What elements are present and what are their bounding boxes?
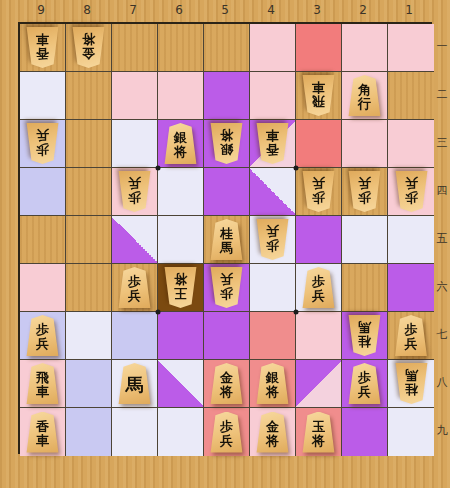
- piece-kanji: 兵: [405, 176, 418, 190]
- shogi-piece-gote-pawn[interactable]: 歩兵: [208, 267, 245, 308]
- board-cell-6-4[interactable]: [158, 168, 204, 216]
- piece-kanji: 金: [82, 46, 95, 60]
- board-cell-2-9[interactable]: [342, 408, 388, 456]
- board-cell-1-7[interactable]: 歩兵: [388, 312, 434, 360]
- board-cell-4-2[interactable]: [250, 72, 296, 120]
- board-cell-3-7[interactable]: [296, 312, 342, 360]
- board-cell-3-5[interactable]: [296, 216, 342, 264]
- shogi-piece-sente-king[interactable]: 玉将: [300, 412, 337, 453]
- rank-coordinates: 一二三四五六七八九: [434, 22, 450, 454]
- piece-kanji: 歩: [358, 190, 371, 204]
- piece-body: 香車: [24, 412, 61, 453]
- rank-label: 四: [434, 166, 450, 214]
- board-cell-9-8[interactable]: 飛車: [20, 360, 66, 408]
- piece-kanji: 玉: [312, 420, 325, 434]
- piece-kanji: 香: [266, 142, 279, 156]
- piece-body: 歩兵: [24, 123, 61, 164]
- board-cell-7-1[interactable]: [112, 24, 158, 72]
- board-cell-8-6[interactable]: [66, 264, 112, 312]
- piece-kanji: 歩: [358, 371, 371, 385]
- shogi-piece-gote-knight[interactable]: 桂馬: [393, 363, 430, 404]
- board-cell-9-9[interactable]: 香車: [20, 408, 66, 456]
- piece-body: 香車: [254, 123, 291, 164]
- piece-kanji: 金: [266, 420, 279, 434]
- board-cell-9-1[interactable]: 香車: [20, 24, 66, 72]
- board-cell-6-7[interactable]: [158, 312, 204, 360]
- piece-kanji: 歩: [266, 238, 279, 252]
- shogi-piece-sente-pawn[interactable]: 歩兵: [116, 267, 153, 308]
- piece-body: 金将: [208, 363, 245, 404]
- board-star-point: [156, 310, 161, 315]
- board-cell-5-3[interactable]: 銀将: [204, 120, 250, 168]
- board-cell-8-8[interactable]: [66, 360, 112, 408]
- shogi-piece-sente-gold[interactable]: 金将: [254, 412, 291, 453]
- board-cell-5-7[interactable]: [204, 312, 250, 360]
- piece-kanji: 車: [266, 128, 279, 142]
- rank-label: 七: [434, 310, 450, 358]
- piece-body: 桂馬: [208, 219, 245, 260]
- piece-kanji: 兵: [36, 337, 49, 351]
- board-cell-8-1[interactable]: 金将: [66, 24, 112, 72]
- rank-label: 三: [434, 118, 450, 166]
- piece-kanji: 兵: [220, 434, 233, 448]
- board-cell-4-8[interactable]: 銀将: [250, 360, 296, 408]
- piece-kanji: 歩: [405, 323, 418, 337]
- shogi-piece-gote-lance[interactable]: 香車: [24, 27, 61, 68]
- board-cell-1-5[interactable]: [388, 216, 434, 264]
- piece-body: 歩兵: [346, 171, 383, 212]
- piece-kanji: 兵: [312, 176, 325, 190]
- board-cell-6-1[interactable]: [158, 24, 204, 72]
- board-cell-5-5[interactable]: 桂馬: [204, 216, 250, 264]
- piece-kanji: 王: [174, 286, 187, 300]
- piece-kanji: 兵: [128, 289, 141, 303]
- shogi-piece-sente-gold[interactable]: 金将: [208, 363, 245, 404]
- board-cell-1-1[interactable]: [388, 24, 434, 72]
- rank-label: 一: [434, 22, 450, 70]
- piece-body: 金将: [70, 27, 107, 68]
- piece-body: 桂馬: [346, 315, 383, 356]
- piece-kanji: 兵: [128, 176, 141, 190]
- piece-kanji: 将: [266, 385, 279, 399]
- piece-kanji: 兵: [266, 224, 279, 238]
- shogi-piece-gote-pawn[interactable]: 歩兵: [254, 219, 291, 260]
- shogi-board: 香車金将飛車角行歩兵銀将銀将香車歩兵歩兵歩兵歩兵桂馬歩兵歩兵王将歩兵歩兵歩兵桂馬…: [18, 22, 432, 454]
- piece-kanji: 飛: [312, 94, 325, 108]
- board-cell-3-6[interactable]: 歩兵: [296, 264, 342, 312]
- piece-kanji: 銀: [266, 371, 279, 385]
- board-cell-8-3[interactable]: [66, 120, 112, 168]
- piece-body: 桂馬: [393, 363, 430, 404]
- piece-kanji: 金: [220, 371, 233, 385]
- board-cell-3-3[interactable]: [296, 120, 342, 168]
- piece-body: 歩兵: [346, 363, 383, 404]
- piece-kanji: 歩: [220, 286, 233, 300]
- piece-kanji: 将: [82, 32, 95, 46]
- board-cell-9-6[interactable]: [20, 264, 66, 312]
- piece-kanji: 将: [174, 272, 187, 286]
- board-cell-2-3[interactable]: [342, 120, 388, 168]
- board-cell-5-1[interactable]: [204, 24, 250, 72]
- piece-body: 歩兵: [24, 315, 61, 356]
- piece-kanji: 香: [36, 46, 49, 60]
- board-cell-8-5[interactable]: [66, 216, 112, 264]
- board-cell-9-3[interactable]: 歩兵: [20, 120, 66, 168]
- piece-body: 歩兵: [393, 171, 430, 212]
- piece-kanji: 歩: [405, 190, 418, 204]
- file-label: 8: [64, 3, 110, 20]
- piece-body: 金将: [254, 412, 291, 453]
- piece-body: 歩兵: [254, 219, 291, 260]
- piece-kanji: 将: [220, 128, 233, 142]
- piece-body: 歩兵: [300, 267, 337, 308]
- piece-body: 歩兵: [208, 267, 245, 308]
- piece-kanji: 馬: [358, 320, 371, 334]
- piece-kanji: 車: [312, 80, 325, 94]
- board-cell-4-5[interactable]: 歩兵: [250, 216, 296, 264]
- piece-body: 銀将: [162, 123, 199, 164]
- piece-body: 歩兵: [393, 315, 430, 356]
- board-cell-4-4[interactable]: [250, 168, 296, 216]
- board-cell-1-3[interactable]: [388, 120, 434, 168]
- board-cell-7-7[interactable]: [112, 312, 158, 360]
- board-cell-6-2[interactable]: [158, 72, 204, 120]
- board-cell-8-9[interactable]: [66, 408, 112, 456]
- piece-kanji: 桂: [220, 227, 233, 241]
- board-cell-1-8[interactable]: 桂馬: [388, 360, 434, 408]
- shogi-piece-sente-pawn[interactable]: 歩兵: [24, 315, 61, 356]
- piece-kanji: 兵: [36, 128, 49, 142]
- shogi-piece-sente-pawn[interactable]: 歩兵: [208, 412, 245, 453]
- board-cell-2-7[interactable]: 桂馬: [342, 312, 388, 360]
- piece-body: 王将: [162, 267, 199, 308]
- board-cell-1-2[interactable]: [388, 72, 434, 120]
- piece-body: 歩兵: [116, 171, 153, 212]
- board-cell-6-5[interactable]: [158, 216, 204, 264]
- piece-kanji: 歩: [312, 190, 325, 204]
- board-cell-8-4[interactable]: [66, 168, 112, 216]
- piece-kanji: 車: [36, 385, 49, 399]
- shogi-piece-sente-rook[interactable]: 飛車: [24, 363, 61, 404]
- shogi-piece-sente-lance[interactable]: 香車: [24, 412, 61, 453]
- piece-body: 飛車: [300, 75, 337, 116]
- file-label: 3: [294, 3, 340, 20]
- piece-kanji: 兵: [220, 272, 233, 286]
- board-cell-5-6[interactable]: 歩兵: [204, 264, 250, 312]
- piece-kanji: 歩: [312, 275, 325, 289]
- shogi-piece-sente-pawn[interactable]: 歩兵: [346, 363, 383, 404]
- piece-body: 角行: [346, 75, 383, 116]
- piece-body: 歩兵: [208, 412, 245, 453]
- shogi-piece-gote-king[interactable]: 王将: [162, 267, 199, 308]
- board-cell-7-2[interactable]: [112, 72, 158, 120]
- board-cell-9-4[interactable]: [20, 168, 66, 216]
- file-label: 9: [18, 3, 64, 20]
- rank-label: 九: [434, 406, 450, 454]
- shogi-piece-sente-silver[interactable]: 銀将: [162, 123, 199, 164]
- piece-kanji: 将: [220, 385, 233, 399]
- board-cell-3-8[interactable]: [296, 360, 342, 408]
- piece-kanji: 馬: [405, 368, 418, 382]
- piece-kanji: 将: [174, 145, 187, 159]
- board-cell-2-6[interactable]: [342, 264, 388, 312]
- file-label: 1: [386, 3, 432, 20]
- board-cell-7-5[interactable]: [112, 216, 158, 264]
- board-cell-7-3[interactable]: [112, 120, 158, 168]
- piece-kanji: 歩: [128, 190, 141, 204]
- board-cell-2-1[interactable]: [342, 24, 388, 72]
- board-cell-7-8[interactable]: 馬: [112, 360, 158, 408]
- shogi-piece-gote-pawn[interactable]: 歩兵: [24, 123, 61, 164]
- board-cell-9-5[interactable]: [20, 216, 66, 264]
- shogi-piece-sente-promoted-bishop[interactable]: 馬: [116, 363, 153, 404]
- piece-kanji: 桂: [405, 382, 418, 396]
- shogi-piece-sente-bishop[interactable]: 角行: [346, 75, 383, 116]
- piece-kanji: 銀: [220, 142, 233, 156]
- board-cell-5-4[interactable]: [204, 168, 250, 216]
- shogi-piece-sente-knight[interactable]: 桂馬: [208, 219, 245, 260]
- board-cell-5-9[interactable]: 歩兵: [204, 408, 250, 456]
- piece-kanji: 兵: [312, 289, 325, 303]
- piece-body: 玉将: [300, 412, 337, 453]
- board-cell-6-3[interactable]: 銀将: [158, 120, 204, 168]
- shogi-piece-gote-rook[interactable]: 飛車: [300, 75, 337, 116]
- shogi-piece-sente-pawn[interactable]: 歩兵: [300, 267, 337, 308]
- piece-kanji: 歩: [36, 323, 49, 337]
- board-cell-8-7[interactable]: [66, 312, 112, 360]
- board-cell-7-9[interactable]: [112, 408, 158, 456]
- board-cell-1-9[interactable]: [388, 408, 434, 456]
- file-label: 5: [202, 3, 248, 20]
- board-cell-2-2[interactable]: 角行: [342, 72, 388, 120]
- piece-kanji: 将: [266, 434, 279, 448]
- shogi-piece-gote-pawn[interactable]: 歩兵: [300, 171, 337, 212]
- board-cell-1-4[interactable]: 歩兵: [388, 168, 434, 216]
- board-cell-7-4[interactable]: 歩兵: [112, 168, 158, 216]
- rank-label: 五: [434, 214, 450, 262]
- shogi-piece-gote-gold[interactable]: 金将: [70, 27, 107, 68]
- board-cell-7-6[interactable]: 歩兵: [112, 264, 158, 312]
- piece-body: 銀将: [254, 363, 291, 404]
- board-cell-3-4[interactable]: 歩兵: [296, 168, 342, 216]
- rank-label: 八: [434, 358, 450, 406]
- board-cell-9-2[interactable]: [20, 72, 66, 120]
- shogi-piece-sente-pawn[interactable]: 歩兵: [393, 315, 430, 356]
- piece-kanji: 兵: [358, 385, 371, 399]
- shogi-piece-gote-knight[interactable]: 桂馬: [346, 315, 383, 356]
- board-cell-2-4[interactable]: 歩兵: [342, 168, 388, 216]
- file-label: 7: [110, 3, 156, 20]
- piece-kanji: 歩: [36, 142, 49, 156]
- file-coordinates: 987654321: [18, 3, 432, 20]
- shogi-piece-sente-silver[interactable]: 銀将: [254, 363, 291, 404]
- rank-label: 二: [434, 70, 450, 118]
- piece-kanji: 銀: [174, 131, 187, 145]
- piece-kanji: 兵: [405, 337, 418, 351]
- piece-kanji: 桂: [358, 334, 371, 348]
- board-cell-8-2[interactable]: [66, 72, 112, 120]
- piece-kanji: 香: [36, 420, 49, 434]
- file-label: 2: [340, 3, 386, 20]
- board-cell-4-1[interactable]: [250, 24, 296, 72]
- piece-kanji: 馬: [126, 376, 144, 395]
- board-star-point: [294, 166, 299, 171]
- piece-kanji: 角: [358, 83, 371, 97]
- piece-kanji: 馬: [220, 241, 233, 255]
- piece-kanji: 車: [36, 32, 49, 46]
- board-cell-4-3[interactable]: 香車: [250, 120, 296, 168]
- piece-kanji: 車: [36, 434, 49, 448]
- shogi-piece-gote-silver[interactable]: 銀将: [208, 123, 245, 164]
- board-cell-6-8[interactable]: [158, 360, 204, 408]
- piece-body: 香車: [24, 27, 61, 68]
- board-cell-6-9[interactable]: [158, 408, 204, 456]
- board-cell-3-9[interactable]: 玉将: [296, 408, 342, 456]
- board-cell-2-5[interactable]: [342, 216, 388, 264]
- board-cell-5-2[interactable]: [204, 72, 250, 120]
- board-cell-9-7[interactable]: 歩兵: [20, 312, 66, 360]
- rank-label: 六: [434, 262, 450, 310]
- piece-body: 飛車: [24, 363, 61, 404]
- board-star-point: [294, 310, 299, 315]
- piece-kanji: 歩: [128, 275, 141, 289]
- shogi-piece-gote-lance[interactable]: 香車: [254, 123, 291, 164]
- piece-kanji: 兵: [358, 176, 371, 190]
- piece-body: 銀将: [208, 123, 245, 164]
- board-cell-4-7[interactable]: [250, 312, 296, 360]
- board-cell-3-1[interactable]: [296, 24, 342, 72]
- piece-body: 馬: [116, 363, 153, 404]
- shogi-piece-gote-pawn[interactable]: 歩兵: [346, 171, 383, 212]
- file-label: 4: [248, 3, 294, 20]
- board-cell-4-6[interactable]: [250, 264, 296, 312]
- board-cell-1-6[interactable]: [388, 264, 434, 312]
- piece-kanji: 将: [312, 434, 325, 448]
- board-cell-5-8[interactable]: 金将: [204, 360, 250, 408]
- piece-body: 歩兵: [116, 267, 153, 308]
- board-cell-6-6[interactable]: 王将: [158, 264, 204, 312]
- shogi-piece-gote-pawn[interactable]: 歩兵: [393, 171, 430, 212]
- piece-body: 歩兵: [300, 171, 337, 212]
- piece-kanji: 行: [358, 97, 371, 111]
- board-cell-4-9[interactable]: 金将: [250, 408, 296, 456]
- shogi-piece-gote-pawn[interactable]: 歩兵: [116, 171, 153, 212]
- file-label: 6: [156, 3, 202, 20]
- piece-kanji: 飛: [36, 371, 49, 385]
- board-star-point: [156, 166, 161, 171]
- board-cell-3-2[interactable]: 飛車: [296, 72, 342, 120]
- board-cell-2-8[interactable]: 歩兵: [342, 360, 388, 408]
- piece-kanji: 歩: [220, 420, 233, 434]
